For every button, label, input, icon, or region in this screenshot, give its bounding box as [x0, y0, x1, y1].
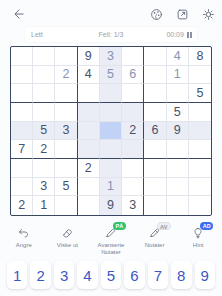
numpad-7[interactable]: 7 — [148, 261, 168, 289]
cell-r2c9[interactable] — [189, 66, 211, 85]
cell-r6c2[interactable]: 2 — [33, 140, 55, 159]
advanced-notes-badge: PÅ — [113, 222, 126, 230]
cell-r2c4[interactable]: 4 — [78, 66, 100, 85]
cell-r7c8[interactable] — [167, 159, 189, 178]
cell-r8c5[interactable]: 1 — [100, 178, 122, 197]
cell-r3c8[interactable] — [167, 84, 189, 103]
hint-label: Hint — [193, 242, 204, 249]
cell-r1c5[interactable]: 3 — [100, 47, 122, 66]
cell-r1c1[interactable] — [11, 47, 33, 66]
cell-r6c5[interactable] — [100, 140, 122, 159]
status-bar: Lett Feil: 1/3 00:09 — [25, 27, 197, 42]
cell-r5c3[interactable]: 3 — [55, 122, 77, 141]
cell-r3c1[interactable] — [11, 84, 33, 103]
cell-r6c1[interactable]: 7 — [11, 140, 33, 159]
numpad-1[interactable]: 1 — [7, 261, 27, 289]
cell-r2c5[interactable]: 5 — [100, 66, 122, 85]
undo-button[interactable]: Angre — [2, 226, 46, 249]
cell-r4c9[interactable] — [189, 103, 211, 122]
notes-label: Notater — [145, 242, 165, 249]
cell-r5c1[interactable] — [11, 122, 33, 141]
cell-r4c7[interactable] — [144, 103, 166, 122]
settings-button[interactable] — [201, 7, 215, 21]
cell-r2c1[interactable] — [11, 66, 33, 85]
cell-r2c2[interactable] — [33, 66, 55, 85]
cell-r4c1[interactable] — [11, 103, 33, 122]
pause-button[interactable] — [187, 32, 192, 38]
cell-r5c7[interactable]: 6 — [144, 122, 166, 141]
timer: 00:09 — [166, 31, 184, 38]
cell-r8c1[interactable] — [11, 178, 33, 197]
cell-r2c7[interactable] — [144, 66, 166, 85]
back-button[interactable] — [10, 5, 28, 23]
hint-badge: AD — [200, 222, 213, 230]
cell-r5c5[interactable] — [100, 122, 122, 141]
cell-r6c9[interactable] — [189, 140, 211, 159]
cell-r8c3[interactable]: 5 — [55, 178, 77, 197]
erase-label: Viske ut — [57, 242, 78, 249]
cell-r5c2[interactable]: 5 — [33, 122, 55, 141]
numpad-3[interactable]: 3 — [54, 261, 74, 289]
notes-pencil-icon: AV — [148, 226, 162, 239]
lightbulb-icon: AD — [191, 226, 205, 239]
undo-label: Angre — [16, 242, 32, 249]
cell-r8c8[interactable] — [167, 178, 189, 197]
settings-gear-icon — [202, 8, 215, 21]
expand-icon — [176, 8, 189, 21]
cell-r6c8[interactable] — [167, 140, 189, 159]
cell-r3c9[interactable]: 5 — [189, 84, 211, 103]
cell-r5c8[interactable]: 9 — [167, 122, 189, 141]
cell-r4c2[interactable] — [33, 103, 55, 122]
cell-r3c6[interactable] — [122, 84, 144, 103]
cell-r7c9[interactable] — [189, 159, 211, 178]
cell-r9c7[interactable] — [144, 196, 166, 215]
cell-r3c5[interactable] — [100, 84, 122, 103]
numpad-9[interactable]: 9 — [195, 261, 215, 289]
notes-button[interactable]: AV Notater — [133, 226, 177, 249]
cell-r8c6[interactable] — [122, 178, 144, 197]
cell-r5c4[interactable] — [78, 122, 100, 141]
hint-button[interactable]: AD Hint — [176, 226, 220, 249]
cell-r9c8[interactable] — [167, 196, 189, 215]
eraser-icon — [60, 226, 74, 239]
cell-r2c6[interactable]: 6 — [122, 66, 144, 85]
cell-r2c8[interactable]: 1 — [167, 66, 189, 85]
top-bar — [0, 5, 222, 23]
cell-r7c4[interactable]: 2 — [78, 159, 100, 178]
cell-r9c3[interactable] — [55, 196, 77, 215]
cell-r7c7[interactable] — [144, 159, 166, 178]
numpad-8[interactable]: 8 — [171, 261, 191, 289]
cell-r1c3[interactable] — [55, 47, 77, 66]
cell-r1c6[interactable] — [122, 47, 144, 66]
cell-r9c2[interactable]: 1 — [33, 196, 55, 215]
erase-button[interactable]: Viske ut — [46, 226, 90, 249]
cell-r6c7[interactable] — [144, 140, 166, 159]
cell-r9c6[interactable]: 3 — [122, 196, 144, 215]
cell-r7c1[interactable] — [11, 159, 33, 178]
advanced-notes-label: Avanserte Notater — [89, 242, 133, 256]
cell-r3c2[interactable] — [33, 84, 55, 103]
advanced-notes-button[interactable]: PÅ Avanserte Notater — [89, 226, 133, 256]
cell-r7c2[interactable] — [33, 159, 55, 178]
advanced-notes-pencil-icon: PÅ — [104, 226, 118, 239]
expand-button[interactable] — [175, 7, 189, 21]
numpad-5[interactable]: 5 — [101, 261, 121, 289]
numpad-6[interactable]: 6 — [124, 261, 144, 289]
cell-r5c9[interactable] — [189, 122, 211, 141]
cell-r1c9[interactable]: 8 — [189, 47, 211, 66]
cell-r8c2[interactable]: 3 — [33, 178, 55, 197]
cell-r4c5[interactable] — [100, 103, 122, 122]
cell-r4c8[interactable]: 5 — [167, 103, 189, 122]
cell-r1c4[interactable]: 9 — [78, 47, 100, 66]
arrow-left-icon — [12, 7, 26, 21]
toolbar: Angre Viske ut PÅ Avanserte Notater AV — [2, 226, 220, 256]
cell-r3c4[interactable] — [78, 84, 100, 103]
cell-r9c9[interactable] — [189, 196, 211, 215]
cell-r8c7[interactable] — [144, 178, 166, 197]
cell-r2c3[interactable]: 2 — [55, 66, 77, 85]
notes-badge: AV — [157, 222, 171, 230]
palette-icon — [150, 8, 163, 21]
cell-r8c4[interactable] — [78, 178, 100, 197]
numpad-4[interactable]: 4 — [77, 261, 97, 289]
theme-palette-button[interactable] — [149, 7, 163, 21]
cell-r4c4[interactable] — [78, 103, 100, 122]
cell-r3c3[interactable] — [55, 84, 77, 103]
sudoku-board: 93482456155532697223512193 — [10, 46, 212, 216]
cell-r4c3[interactable] — [55, 103, 77, 122]
cell-r9c1[interactable]: 2 — [11, 196, 33, 215]
cell-r9c4[interactable] — [78, 196, 100, 215]
cell-r5c6[interactable]: 2 — [122, 122, 144, 141]
undo-icon — [17, 226, 31, 239]
cell-r6c6[interactable] — [122, 140, 144, 159]
cell-r8c9[interactable] — [189, 178, 211, 197]
cell-r4c6[interactable] — [122, 103, 144, 122]
cell-r6c3[interactable] — [55, 140, 77, 159]
cell-r1c2[interactable] — [33, 47, 55, 66]
cell-r6c4[interactable] — [78, 140, 100, 159]
numpad-2[interactable]: 2 — [30, 261, 50, 289]
numpad: 123456789 — [7, 261, 215, 289]
cell-r1c7[interactable] — [144, 47, 166, 66]
cell-r7c3[interactable] — [55, 159, 77, 178]
cell-r1c8[interactable]: 4 — [167, 47, 189, 66]
cell-r7c6[interactable] — [122, 159, 144, 178]
cell-r3c7[interactable] — [144, 84, 166, 103]
cell-r7c5[interactable] — [100, 159, 122, 178]
cell-r9c5[interactable]: 9 — [100, 196, 122, 215]
